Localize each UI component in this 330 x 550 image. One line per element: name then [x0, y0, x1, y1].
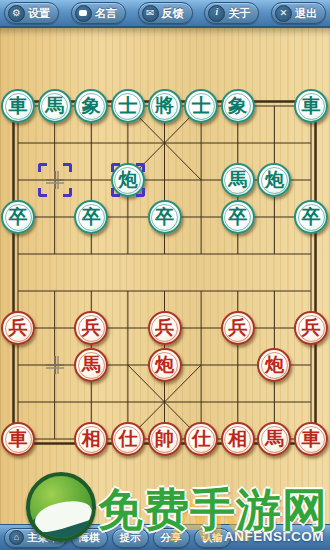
- piece-black-c7[interactable]: 卒: [74, 200, 108, 234]
- piece-red-e1[interactable]: 帥: [148, 422, 182, 456]
- resign-button[interactable]: 认输: [194, 528, 231, 548]
- envelope-icon: ✉: [142, 5, 159, 22]
- piece-glyph: 帥: [155, 429, 174, 448]
- piece-glyph: 兵: [9, 318, 28, 337]
- main-menu-button-label: 主菜单: [27, 531, 59, 545]
- hint-button[interactable]: 提示: [112, 528, 149, 548]
- feedback-button-label: 反馈: [162, 6, 184, 21]
- piece-black-a10[interactable]: 車: [1, 89, 35, 123]
- piece-red-f1[interactable]: 仕: [184, 422, 218, 456]
- exit-button-label: 退出: [295, 6, 317, 21]
- piece-glyph: 兵: [155, 318, 174, 337]
- piece-glyph: 卒: [82, 207, 101, 226]
- settings-button-label: 设置: [28, 6, 50, 21]
- piece-red-e3[interactable]: 炮: [148, 348, 182, 382]
- piece-glyph: 兵: [228, 318, 247, 337]
- piece-black-a7[interactable]: 卒: [1, 200, 35, 234]
- info-icon: i: [208, 5, 225, 22]
- resign-button-label: 认输: [202, 531, 223, 545]
- settings-button[interactable]: ⚙ 设置: [4, 2, 59, 24]
- piece-glyph: 馬: [82, 355, 101, 374]
- piece-red-g4[interactable]: 兵: [221, 311, 255, 345]
- exit-button[interactable]: ✕ 退出: [271, 2, 326, 24]
- piece-black-i10[interactable]: 車: [294, 89, 328, 123]
- piece-black-e10[interactable]: 將: [148, 89, 182, 123]
- piece-black-g7[interactable]: 卒: [221, 200, 255, 234]
- feedback-button[interactable]: ✉ 反馈: [138, 2, 193, 24]
- piece-glyph: 仕: [192, 429, 211, 448]
- piece-glyph: 卒: [228, 207, 247, 226]
- xiangqi-app-screen: ⚙ 设置 名言 ✉ 反馈 i 关于 ✕ 退出 車馬象士將士象車炮馬炮卒卒卒卒卒兵…: [0, 0, 330, 550]
- piece-glyph: 炮: [265, 170, 284, 189]
- piece-glyph: 卒: [9, 207, 28, 226]
- piece-glyph: 象: [82, 96, 101, 115]
- piece-glyph: 兵: [82, 318, 101, 337]
- piece-black-b10[interactable]: 馬: [38, 89, 72, 123]
- piece-black-e7[interactable]: 卒: [148, 200, 182, 234]
- piece-black-d8[interactable]: 炮: [111, 163, 145, 197]
- piece-glyph: 相: [228, 429, 247, 448]
- quotes-button[interactable]: 名言: [71, 2, 126, 24]
- piece-glyph: 將: [155, 96, 174, 115]
- piece-red-a4[interactable]: 兵: [1, 311, 35, 345]
- piece-black-g8[interactable]: 馬: [221, 163, 255, 197]
- piece-glyph: 馬: [45, 96, 64, 115]
- piece-glyph: 相: [82, 429, 101, 448]
- piece-glyph: 炮: [118, 170, 137, 189]
- piece-glyph: 馬: [265, 429, 284, 448]
- piece-glyph: 車: [302, 429, 321, 448]
- home-icon: ⌂: [9, 530, 24, 545]
- share-button-label: 分享: [161, 531, 182, 545]
- piece-glyph: 卒: [302, 207, 321, 226]
- bottom-toolbar: ⌂ 主菜单 悔棋 提示 分享 认输: [0, 524, 330, 550]
- undo-move-button[interactable]: 悔棋: [71, 528, 108, 548]
- piece-glyph: 車: [302, 96, 321, 115]
- main-menu-button[interactable]: ⌂ 主菜单: [4, 528, 67, 548]
- piece-red-i1[interactable]: 車: [294, 422, 328, 456]
- share-button[interactable]: 分享: [153, 528, 190, 548]
- piece-black-i7[interactable]: 卒: [294, 200, 328, 234]
- piece-glyph: 士: [192, 96, 211, 115]
- gear-icon: ⚙: [8, 5, 25, 22]
- piece-red-e4[interactable]: 兵: [148, 311, 182, 345]
- piece-glyph: 士: [118, 96, 137, 115]
- piece-glyph: 車: [9, 429, 28, 448]
- piece-red-i4[interactable]: 兵: [294, 311, 328, 345]
- piece-black-d10[interactable]: 士: [111, 89, 145, 123]
- board-grid: [0, 0, 330, 550]
- piece-black-g10[interactable]: 象: [221, 89, 255, 123]
- piece-red-c3[interactable]: 馬: [74, 348, 108, 382]
- piece-glyph: 卒: [155, 207, 174, 226]
- piece-glyph: 兵: [302, 318, 321, 337]
- piece-glyph: 炮: [155, 355, 174, 374]
- undo-move-button-label: 悔棋: [79, 531, 100, 545]
- piece-glyph: 馬: [228, 170, 247, 189]
- piece-black-f10[interactable]: 士: [184, 89, 218, 123]
- hint-button-label: 提示: [120, 531, 141, 545]
- top-toolbar: ⚙ 设置 名言 ✉ 反馈 i 关于 ✕ 退出: [0, 0, 330, 28]
- piece-red-g1[interactable]: 相: [221, 422, 255, 456]
- piece-glyph: 象: [228, 96, 247, 115]
- quotes-button-label: 名言: [95, 6, 117, 21]
- piece-glyph: 仕: [118, 429, 137, 448]
- piece-red-c1[interactable]: 相: [74, 422, 108, 456]
- piece-glyph: 車: [9, 96, 28, 115]
- piece-red-a1[interactable]: 車: [1, 422, 35, 456]
- close-icon: ✕: [275, 5, 292, 22]
- piece-black-c10[interactable]: 象: [74, 89, 108, 123]
- speech-bubble-icon: [75, 5, 92, 22]
- piece-glyph: 炮: [265, 355, 284, 374]
- piece-red-c4[interactable]: 兵: [74, 311, 108, 345]
- about-button[interactable]: i 关于: [204, 2, 259, 24]
- about-button-label: 关于: [228, 6, 250, 21]
- piece-red-d1[interactable]: 仕: [111, 422, 145, 456]
